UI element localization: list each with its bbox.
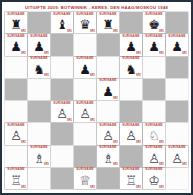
stamp-denomination: SR1 <box>67 119 72 122</box>
square-h4 <box>166 101 188 122</box>
stamp-denomination: SR1 <box>44 52 49 55</box>
square-a7-stamp: SURINAME♟SR1 <box>5 34 27 55</box>
stamp-denomination: SR1 <box>182 52 187 55</box>
square-d2 <box>74 146 96 167</box>
stamp-denomination: SR1 <box>136 186 141 189</box>
square-g7-stamp: SURINAME♟SR1 <box>143 34 165 55</box>
square-a8-stamp: SURINAME♜SR1 <box>5 12 27 33</box>
stamp-denomination: SR1 <box>159 186 164 189</box>
square-d3 <box>74 123 96 144</box>
square-h1 <box>166 168 188 189</box>
stamp-denomination: SR1 <box>21 30 26 33</box>
square-d7 <box>74 34 96 55</box>
square-f7-stamp: SURINAME♟SR1 <box>120 34 142 55</box>
square-h7-stamp: SURINAME♟SR1 <box>166 34 188 55</box>
stamp-denomination: SR1 <box>21 141 26 144</box>
stamp-denomination: SR1 <box>159 141 164 144</box>
square-c7 <box>51 34 73 55</box>
square-f6-stamp: SURINAME♞SR1 <box>120 57 142 78</box>
square-h5 <box>166 79 188 100</box>
square-b4 <box>28 101 50 122</box>
square-c5 <box>51 79 73 100</box>
stamp-denomination: SR1 <box>90 74 95 77</box>
stamp-denomination: SR1 <box>159 30 164 33</box>
square-a3-stamp: SURINAME♙SR1 <box>5 123 27 144</box>
square-c8-stamp: SURINAME♝SR1 <box>51 12 73 33</box>
square-f1-stamp: SURINAME♖SR1 <box>120 168 142 189</box>
square-e2-stamp: SURINAME♗SR1 <box>97 146 119 167</box>
square-a6 <box>5 57 27 78</box>
square-a5 <box>5 79 27 100</box>
square-b5 <box>28 79 50 100</box>
square-g1-stamp: SURINAME♔SR1 <box>143 168 165 189</box>
stamp-denomination: SR1 <box>21 52 26 55</box>
square-a1-stamp: SURINAME♖SR1 <box>5 168 27 189</box>
stamp-denomination: SR1 <box>159 52 164 55</box>
stamp-denomination: SR1 <box>67 30 72 33</box>
square-e8-stamp: SURINAME♜SR1 <box>97 12 119 33</box>
square-b8 <box>28 12 50 33</box>
square-b6-stamp: SURINAME♞SR1 <box>28 57 50 78</box>
stamp-denomination: SR1 <box>90 119 95 122</box>
stamp-denomination: SR1 <box>113 141 118 144</box>
square-g6 <box>143 57 165 78</box>
square-g3-stamp: SURINAME♘SR1 <box>143 123 165 144</box>
square-e7 <box>97 34 119 55</box>
square-e1 <box>97 168 119 189</box>
stamp-denomination: SR1 <box>113 30 118 33</box>
square-e6 <box>97 57 119 78</box>
stamp-denomination: SR1 <box>21 186 26 189</box>
square-f8 <box>120 12 142 33</box>
square-a4 <box>5 101 27 122</box>
stamp-denomination: SR1 <box>44 163 49 166</box>
stamp-denomination: SR1 <box>44 74 49 77</box>
square-b1 <box>28 168 50 189</box>
square-a2 <box>5 146 27 167</box>
square-d4-stamp: SURINAME♙SR1 <box>74 101 96 122</box>
square-g8-stamp: SURINAME♚SR1 <box>143 12 165 33</box>
square-h2-stamp: SURINAME♙SR1 <box>166 146 188 167</box>
square-c3 <box>51 123 73 144</box>
stamp-denomination: SR1 <box>136 52 141 55</box>
stamp-denomination: SR1 <box>90 30 95 33</box>
square-f3-stamp: SURINAME♙SR1 <box>120 123 142 144</box>
square-c2 <box>51 146 73 167</box>
square-b3 <box>28 123 50 144</box>
square-d1-stamp: SURINAME♕SR1 <box>74 168 96 189</box>
sheet-title-strip: UITGIFTE 2009: BOTWINNIK - KERES, DEN HA… <box>2 2 191 12</box>
square-e3-stamp: SURINAME♙SR1 <box>97 123 119 144</box>
square-c6 <box>51 57 73 78</box>
square-c4-stamp: SURINAME♙SR1 <box>51 101 73 122</box>
sheet-title: UITGIFTE 2009: BOTWINNIK - KERES, DEN HA… <box>25 5 168 10</box>
stamp-denomination: SR1 <box>182 163 187 166</box>
square-f2 <box>120 146 142 167</box>
square-b2-stamp: SURINAME♗SR1 <box>28 146 50 167</box>
square-e5-stamp: SURINAME♟SR1 <box>97 79 119 100</box>
square-e4 <box>97 101 119 122</box>
square-g2-stamp: SURINAME♙SR1 <box>143 146 165 167</box>
square-h3 <box>166 123 188 144</box>
square-d8-stamp: SURINAME♛SR1 <box>74 12 96 33</box>
square-c1 <box>51 168 73 189</box>
stamp-denomination: SR1 <box>113 163 118 166</box>
stamp-sheet: UITGIFTE 2009: BOTWINNIK - KERES, DEN HA… <box>0 0 193 195</box>
stamp-denomination: SR1 <box>159 163 164 166</box>
square-g5 <box>143 79 165 100</box>
stamp-denomination: SR1 <box>136 141 141 144</box>
square-d6-stamp: SURINAME♟SR1 <box>74 57 96 78</box>
square-h6 <box>166 57 188 78</box>
stamp-denomination: SR1 <box>90 186 95 189</box>
stamp-denomination: SR1 <box>113 97 118 100</box>
square-f5 <box>120 79 142 100</box>
square-g4 <box>143 101 165 122</box>
chess-board: SURINAME♜SR1SURINAME♝SR1SURINAME♛SR1SURI… <box>5 12 188 189</box>
stamp-denomination: SR1 <box>136 74 141 77</box>
square-f4 <box>120 101 142 122</box>
square-d5 <box>74 79 96 100</box>
square-b7-stamp: SURINAME♟SR1 <box>28 34 50 55</box>
square-h8 <box>166 12 188 33</box>
